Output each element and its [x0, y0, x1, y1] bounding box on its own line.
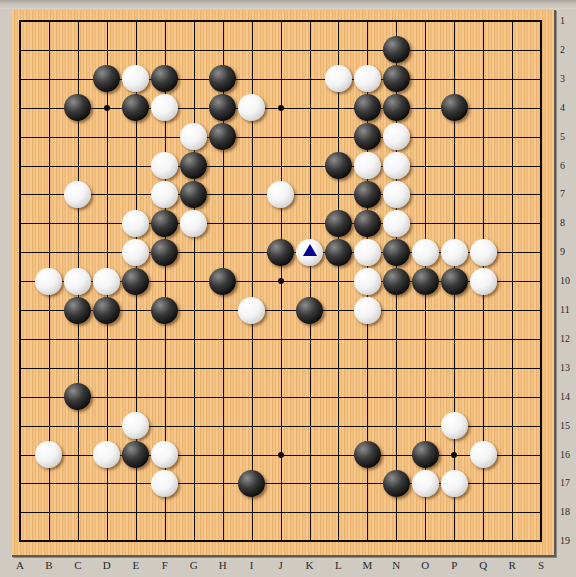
row-label-15: 15: [560, 420, 576, 431]
column-label-s: S: [531, 559, 551, 571]
column-label-h: H: [213, 559, 233, 571]
row-label-14: 14: [560, 391, 576, 402]
go-board[interactable]: [12, 10, 556, 557]
row-label-2: 2: [560, 44, 576, 55]
column-label-k: K: [300, 559, 320, 571]
row-label-3: 3: [560, 73, 576, 84]
row-label-17: 17: [560, 477, 576, 488]
column-label-r: R: [502, 559, 522, 571]
column-label-g: G: [184, 559, 204, 571]
row-label-8: 8: [560, 217, 576, 228]
column-label-l: L: [328, 559, 348, 571]
column-label-a: A: [10, 559, 30, 571]
column-label-j: J: [271, 559, 291, 571]
row-label-11: 11: [560, 304, 576, 315]
row-label-19: 19: [560, 535, 576, 546]
column-label-o: O: [415, 559, 435, 571]
column-label-d: D: [97, 559, 117, 571]
column-label-e: E: [126, 559, 146, 571]
column-label-m: M: [357, 559, 377, 571]
row-label-16: 16: [560, 449, 576, 460]
row-label-10: 10: [560, 275, 576, 286]
row-label-12: 12: [560, 333, 576, 344]
row-label-1: 1: [560, 15, 576, 26]
column-label-c: C: [68, 559, 88, 571]
row-label-9: 9: [560, 246, 576, 257]
column-label-b: B: [39, 559, 59, 571]
column-label-q: Q: [473, 559, 493, 571]
column-label-p: P: [444, 559, 464, 571]
row-label-7: 7: [560, 188, 576, 199]
row-label-13: 13: [560, 362, 576, 373]
row-label-4: 4: [560, 102, 576, 113]
column-label-f: F: [155, 559, 175, 571]
window-top-edge: [0, 0, 576, 9]
go-board-window: ABCDEFGHIJKLMNOPQRS123456789101112131415…: [0, 0, 576, 577]
row-label-6: 6: [560, 160, 576, 171]
row-label-5: 5: [560, 131, 576, 142]
column-label-n: N: [386, 559, 406, 571]
column-label-i: I: [242, 559, 262, 571]
row-label-18: 18: [560, 506, 576, 517]
